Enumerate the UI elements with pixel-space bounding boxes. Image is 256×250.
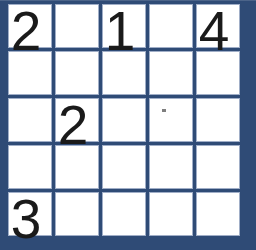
puzzle-board: 21423	[8, 4, 240, 236]
cell-r2c3[interactable]	[102, 51, 146, 95]
cell-r3c3[interactable]	[102, 98, 146, 142]
cell-r1c4[interactable]	[149, 4, 193, 48]
cell-r2c2[interactable]	[55, 51, 99, 95]
cell-r4c1[interactable]	[8, 145, 52, 189]
cell-r5c3[interactable]	[102, 192, 146, 236]
cell-r3c5[interactable]	[196, 98, 240, 142]
cell-r5c4[interactable]	[149, 192, 193, 236]
cell-r2c1[interactable]	[8, 51, 52, 95]
cell-r5c2[interactable]	[55, 192, 99, 236]
cell-r1c3: 1	[102, 4, 146, 48]
cell-r4c5[interactable]	[196, 145, 240, 189]
cell-r3c2: 2	[55, 98, 99, 142]
app-background: 21423	[0, 0, 256, 250]
cell-r5c5[interactable]	[196, 192, 240, 236]
cell-r3c1[interactable]	[8, 98, 52, 142]
cell-r4c2[interactable]	[55, 145, 99, 189]
cell-r2c4[interactable]	[149, 51, 193, 95]
cell-r2c5[interactable]	[196, 51, 240, 95]
cell-r1c2[interactable]	[55, 4, 99, 48]
clue-number: 3	[11, 192, 42, 247]
cell-r1c5: 4	[196, 4, 240, 48]
cell-r1c1: 2	[8, 4, 52, 48]
cell-r5c1: 3	[8, 192, 52, 236]
cell-r4c3[interactable]	[102, 145, 146, 189]
pencil-mark-dot	[162, 109, 166, 112]
cell-r3c4[interactable]	[149, 98, 193, 142]
window-top-edge-highlight	[0, 0, 256, 1]
cell-r4c4[interactable]	[149, 145, 193, 189]
